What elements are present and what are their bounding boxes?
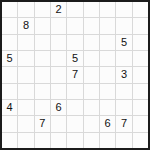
- empty-cell-r4c2[interactable]: [18, 51, 33, 66]
- empty-cell-r9c2[interactable]: [18, 133, 33, 148]
- empty-cell-r2c6[interactable]: [84, 18, 99, 33]
- empty-cell-r4c4[interactable]: [51, 51, 66, 66]
- clue-cell-r5c5: 7: [67, 67, 82, 82]
- empty-cell-r6c4[interactable]: [51, 84, 66, 99]
- empty-cell-r2c4[interactable]: [51, 18, 66, 33]
- clue-cell-r2c2: 8: [18, 18, 33, 33]
- empty-cell-r6c2[interactable]: [18, 84, 33, 99]
- empty-cell-r2c3[interactable]: [35, 18, 50, 33]
- empty-cell-r2c5[interactable]: [67, 18, 82, 33]
- empty-cell-r3c5[interactable]: [67, 35, 82, 50]
- empty-cell-r7c2[interactable]: [18, 100, 33, 115]
- empty-cell-r5c2[interactable]: [18, 67, 33, 82]
- empty-cell-r7c9[interactable]: [133, 100, 148, 115]
- empty-cell-r2c9[interactable]: [133, 18, 148, 33]
- clue-cell-r4c5: 5: [67, 51, 82, 66]
- puzzle-grid: 285557346767: [0, 0, 150, 150]
- empty-cell-r8c5[interactable]: [67, 116, 82, 131]
- empty-cell-r9c5[interactable]: [67, 133, 82, 148]
- empty-cell-r9c6[interactable]: [84, 133, 99, 148]
- clue-cell-r8c7: 6: [100, 116, 115, 131]
- empty-cell-r1c1[interactable]: [2, 2, 17, 17]
- empty-cell-r8c1[interactable]: [2, 116, 17, 131]
- empty-cell-r2c1[interactable]: [2, 18, 17, 33]
- empty-cell-r7c8[interactable]: [116, 100, 131, 115]
- empty-cell-r7c3[interactable]: [35, 100, 50, 115]
- empty-cell-r3c9[interactable]: [133, 35, 148, 50]
- clue-cell-r8c3: 7: [35, 116, 50, 131]
- empty-cell-r5c6[interactable]: [84, 67, 99, 82]
- empty-cell-r3c4[interactable]: [51, 35, 66, 50]
- empty-cell-r7c6[interactable]: [84, 100, 99, 115]
- clue-cell-r1c4: 2: [51, 2, 66, 17]
- empty-cell-r8c2[interactable]: [18, 116, 33, 131]
- empty-cell-r5c1[interactable]: [2, 67, 17, 82]
- empty-cell-r6c5[interactable]: [67, 84, 82, 99]
- clue-cell-r5c8: 3: [116, 67, 131, 82]
- empty-cell-r4c3[interactable]: [35, 51, 50, 66]
- empty-cell-r6c1[interactable]: [2, 84, 17, 99]
- empty-cell-r8c4[interactable]: [51, 116, 66, 131]
- empty-cell-r5c9[interactable]: [133, 67, 148, 82]
- empty-cell-r8c9[interactable]: [133, 116, 148, 131]
- clue-cell-r4c1: 5: [2, 51, 17, 66]
- empty-cell-r8c6[interactable]: [84, 116, 99, 131]
- empty-cell-r2c7[interactable]: [100, 18, 115, 33]
- empty-cell-r5c4[interactable]: [51, 67, 66, 82]
- empty-cell-r3c3[interactable]: [35, 35, 50, 50]
- empty-cell-r1c5[interactable]: [67, 2, 82, 17]
- empty-cell-r9c4[interactable]: [51, 133, 66, 148]
- empty-cell-r3c7[interactable]: [100, 35, 115, 50]
- empty-cell-r5c7[interactable]: [100, 67, 115, 82]
- empty-cell-r3c2[interactable]: [18, 35, 33, 50]
- clue-cell-r3c8: 5: [116, 35, 131, 50]
- empty-cell-r1c8[interactable]: [116, 2, 131, 17]
- empty-cell-r3c6[interactable]: [84, 35, 99, 50]
- empty-cell-r1c3[interactable]: [35, 2, 50, 17]
- clue-cell-r8c8: 7: [116, 116, 131, 131]
- empty-cell-r9c9[interactable]: [133, 133, 148, 148]
- empty-cell-r4c9[interactable]: [133, 51, 148, 66]
- empty-cell-r1c9[interactable]: [133, 2, 148, 17]
- empty-cell-r7c5[interactable]: [67, 100, 82, 115]
- clue-cell-r7c4: 6: [51, 100, 66, 115]
- empty-cell-r9c8[interactable]: [116, 133, 131, 148]
- empty-cell-r4c7[interactable]: [100, 51, 115, 66]
- empty-cell-r7c7[interactable]: [100, 100, 115, 115]
- empty-cell-r6c3[interactable]: [35, 84, 50, 99]
- empty-cell-r3c1[interactable]: [2, 35, 17, 50]
- empty-cell-r9c3[interactable]: [35, 133, 50, 148]
- empty-cell-r1c6[interactable]: [84, 2, 99, 17]
- empty-cell-r4c6[interactable]: [84, 51, 99, 66]
- empty-cell-r6c9[interactable]: [133, 84, 148, 99]
- empty-cell-r6c8[interactable]: [116, 84, 131, 99]
- empty-cell-r1c7[interactable]: [100, 2, 115, 17]
- empty-cell-r9c7[interactable]: [100, 133, 115, 148]
- empty-cell-r6c6[interactable]: [84, 84, 99, 99]
- empty-cell-r2c8[interactable]: [116, 18, 131, 33]
- empty-cell-r1c2[interactable]: [18, 2, 33, 17]
- empty-cell-r5c3[interactable]: [35, 67, 50, 82]
- empty-cell-r6c7[interactable]: [100, 84, 115, 99]
- empty-cell-r9c1[interactable]: [2, 133, 17, 148]
- clue-cell-r7c1: 4: [2, 100, 17, 115]
- empty-cell-r4c8[interactable]: [116, 51, 131, 66]
